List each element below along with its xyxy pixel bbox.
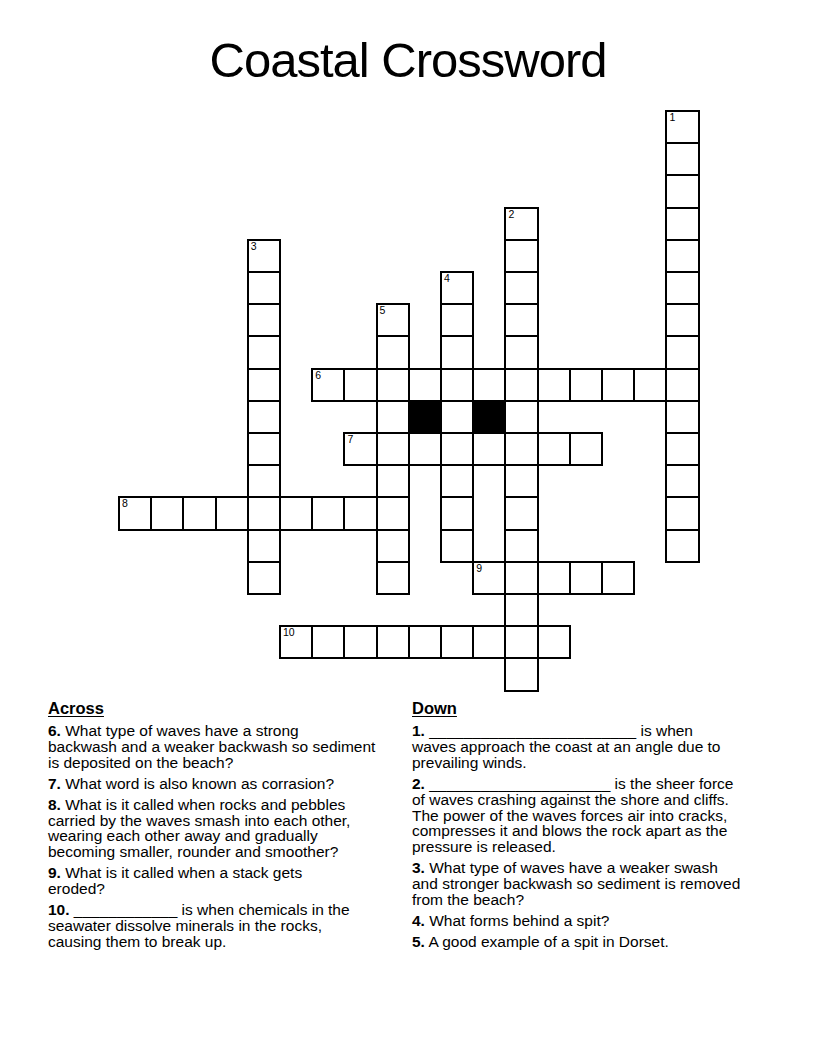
- grid-cell-r10c17[interactable]: [665, 432, 699, 466]
- clue-down-4: 4. What forms behind a spit?: [412, 913, 794, 929]
- clue-down-2: 2. _____________________ is the sheer fo…: [412, 776, 794, 856]
- clue-text: What forms behind a spit?: [425, 912, 609, 929]
- across-clues-section: Across 6. What type of waves have a stro…: [48, 700, 404, 955]
- grid-cell-r8c10[interactable]: [440, 368, 474, 402]
- clue-across-6: 6. What type of waves have a strong back…: [48, 723, 404, 771]
- grid-cell-r4c17[interactable]: [665, 239, 699, 273]
- grid-cell-r8c14[interactable]: [569, 368, 603, 402]
- grid-cell-r12c12[interactable]: [504, 496, 538, 530]
- grid-cell-black-r9c9: [408, 400, 442, 434]
- grid-cell-r7c10[interactable]: [440, 335, 474, 369]
- clue-text: What type of waves have a strong backwas…: [48, 722, 375, 771]
- cell-number-4: 4: [444, 273, 450, 284]
- grid-cell-r16c6[interactable]: [311, 625, 345, 659]
- clue-across-9: 9. What is it called when a stack gets e…: [48, 865, 404, 897]
- cell-number-1: 1: [669, 112, 675, 123]
- grid-cell-r12c3[interactable]: [215, 496, 249, 530]
- grid-cell-r6c12[interactable]: [504, 303, 538, 337]
- across-heading: Across: [48, 700, 404, 717]
- grid-cell-r13c8[interactable]: [376, 529, 410, 563]
- grid-cell-r14c13[interactable]: [537, 561, 571, 595]
- clue-number: 10.: [48, 901, 70, 918]
- grid-cell-r10c10[interactable]: [440, 432, 474, 466]
- grid-cell-r16c12[interactable]: [504, 625, 538, 659]
- puzzle-title: Coastal Crossword: [0, 36, 816, 85]
- clue-across-10: 10. ____________ is when chemicals in th…: [48, 902, 404, 950]
- clue-number: 5.: [412, 933, 425, 950]
- grid-cell-r4c12[interactable]: [504, 239, 538, 273]
- grid-cell-r12c5[interactable]: [279, 496, 313, 530]
- grid-cell-r5c12[interactable]: [504, 271, 538, 305]
- grid-cell-r3c17[interactable]: [665, 207, 699, 241]
- clue-down-1: 1. ________________________ is when wave…: [412, 723, 794, 771]
- grid-cell-r10c14[interactable]: [569, 432, 603, 466]
- clue-text: What is it called when a stack gets erod…: [48, 864, 302, 897]
- down-clues-section: Down 1. ________________________ is when…: [412, 700, 794, 955]
- grid-cell-r8c4[interactable]: [247, 368, 281, 402]
- grid-cell-r15c12[interactable]: [504, 593, 538, 627]
- clue-text: ____________ is when chemicals in the se…: [48, 901, 350, 950]
- grid-cell-r10c9[interactable]: [408, 432, 442, 466]
- grid-cell-r9c12[interactable]: [504, 400, 538, 434]
- cell-number-3: 3: [251, 241, 257, 252]
- grid-cell-r14c11[interactable]: 9: [472, 561, 506, 595]
- grid-cell-r8c13[interactable]: [537, 368, 571, 402]
- clue-down-5: 5. A good example of a spit in Dorset.: [412, 934, 794, 950]
- grid-cell-r12c7[interactable]: [343, 496, 377, 530]
- clue-text: What word is also known as corrasion?: [61, 775, 334, 792]
- grid-cell-r5c4[interactable]: [247, 271, 281, 305]
- grid-cell-r3c12[interactable]: 2: [504, 207, 538, 241]
- grid-cell-r10c4[interactable]: [247, 432, 281, 466]
- clue-text: ________________________ is when waves a…: [412, 722, 721, 771]
- grid-cell-r13c10[interactable]: [440, 529, 474, 563]
- grid-cell-r7c4[interactable]: [247, 335, 281, 369]
- grid-cell-r10c13[interactable]: [537, 432, 571, 466]
- cell-number-10: 10: [283, 627, 295, 638]
- grid-cell-r11c8[interactable]: [376, 464, 410, 498]
- grid-cell-r12c4[interactable]: [247, 496, 281, 530]
- page: Coastal Crossword 12345678910 Across 6. …: [0, 0, 816, 1056]
- grid-cell-r14c8[interactable]: [376, 561, 410, 595]
- grid-cell-r1c17[interactable]: [665, 142, 699, 176]
- grid-cell-r10c12[interactable]: [504, 432, 538, 466]
- clue-number: 4.: [412, 912, 425, 929]
- grid-cell-r5c17[interactable]: [665, 271, 699, 305]
- grid-cell-r10c11[interactable]: [472, 432, 506, 466]
- grid-cell-r9c17[interactable]: [665, 400, 699, 434]
- grid-cell-r7c8[interactable]: [376, 335, 410, 369]
- clue-across-7: 7. What word is also known as corrasion?: [48, 776, 404, 792]
- cell-number-7: 7: [347, 434, 353, 445]
- crossword-grid: 12345678910: [118, 110, 700, 692]
- grid-cell-r6c8[interactable]: 5: [376, 303, 410, 337]
- grid-cell-r11c12[interactable]: [504, 464, 538, 498]
- clue-number: 2.: [412, 775, 425, 792]
- grid-cell-r9c4[interactable]: [247, 400, 281, 434]
- grid-cell-r6c4[interactable]: [247, 303, 281, 337]
- grid-cell-r11c4[interactable]: [247, 464, 281, 498]
- grid-cell-r12c1[interactable]: [150, 496, 184, 530]
- grid-cell-r11c17[interactable]: [665, 464, 699, 498]
- grid-cell-r7c12[interactable]: [504, 335, 538, 369]
- grid-cell-r6c10[interactable]: [440, 303, 474, 337]
- clue-down-3: 3. What type of waves have a weaker swas…: [412, 860, 794, 908]
- grid-cell-r8c9[interactable]: [408, 368, 442, 402]
- grid-cell-r4c4[interactable]: 3: [247, 239, 281, 273]
- clue-across-8: 8. What is it called when rocks and pebb…: [48, 797, 404, 861]
- grid-cell-r7c17[interactable]: [665, 335, 699, 369]
- grid-cell-r6c17[interactable]: [665, 303, 699, 337]
- grid-cell-r14c14[interactable]: [569, 561, 603, 595]
- grid-cell-r13c17[interactable]: [665, 529, 699, 563]
- grid-cell-r14c12[interactable]: [504, 561, 538, 595]
- grid-cell-r12c8[interactable]: [376, 496, 410, 530]
- grid-cell-r12c10[interactable]: [440, 496, 474, 530]
- clue-number: 7.: [48, 775, 61, 792]
- clue-number: 1.: [412, 722, 425, 739]
- clue-text: _____________________ is the sheer force…: [412, 775, 733, 856]
- grid-cell-r16c9[interactable]: [408, 625, 442, 659]
- grid-cell-r9c8[interactable]: [376, 400, 410, 434]
- grid-cell-r14c4[interactable]: [247, 561, 281, 595]
- grid-cell-r16c10[interactable]: [440, 625, 474, 659]
- grid-cell-r8c6[interactable]: 6: [311, 368, 345, 402]
- clue-text: What type of waves have a weaker swash a…: [412, 859, 740, 908]
- grid-cell-r8c15[interactable]: [601, 368, 635, 402]
- grid-cell-r13c12[interactable]: [504, 529, 538, 563]
- grid-cell-r9c10[interactable]: [440, 400, 474, 434]
- grid-cell-r12c0[interactable]: 8: [118, 496, 152, 530]
- grid-cell-r8c8[interactable]: [376, 368, 410, 402]
- grid-cell-r16c8[interactable]: [376, 625, 410, 659]
- grid-cell-r16c7[interactable]: [343, 625, 377, 659]
- grid-cell-r12c6[interactable]: [311, 496, 345, 530]
- grid-cell-r16c5[interactable]: 10: [279, 625, 313, 659]
- grid-cell-r10c7[interactable]: 7: [343, 432, 377, 466]
- grid-cell-r8c7[interactable]: [343, 368, 377, 402]
- grid-cell-r8c11[interactable]: [472, 368, 506, 402]
- grid-cell-r11c10[interactable]: [440, 464, 474, 498]
- grid-cell-r8c16[interactable]: [633, 368, 667, 402]
- clue-number: 3.: [412, 859, 425, 876]
- grid-cell-r14c15[interactable]: [601, 561, 635, 595]
- cell-number-5: 5: [380, 305, 386, 316]
- grid-cell-r12c2[interactable]: [182, 496, 216, 530]
- clue-text: A good example of a spit in Dorset.: [425, 933, 669, 950]
- grid-cell-r0c17[interactable]: 1: [665, 110, 699, 144]
- grid-cell-r5c10[interactable]: 4: [440, 271, 474, 305]
- cell-number-9: 9: [476, 563, 482, 574]
- grid-cell-r13c4[interactable]: [247, 529, 281, 563]
- grid-cell-r17c12[interactable]: [504, 657, 538, 691]
- clue-number: 6.: [48, 722, 61, 739]
- cell-number-2: 2: [508, 209, 514, 220]
- grid-cell-r10c8[interactable]: [376, 432, 410, 466]
- grid-cell-r8c12[interactable]: [504, 368, 538, 402]
- grid-cell-r16c13[interactable]: [537, 625, 571, 659]
- grid-cell-r8c17[interactable]: [665, 368, 699, 402]
- clue-number: 8.: [48, 796, 61, 813]
- grid-cell-r16c11[interactable]: [472, 625, 506, 659]
- grid-cell-black-r9c11: [472, 400, 506, 434]
- clue-text: What is it called when rocks and pebbles…: [48, 796, 350, 861]
- cell-number-8: 8: [122, 498, 128, 509]
- cell-number-6: 6: [315, 370, 321, 381]
- clue-number: 9.: [48, 864, 61, 881]
- grid-cell-r12c17[interactable]: [665, 496, 699, 530]
- down-heading: Down: [412, 700, 794, 717]
- grid-cell-r2c17[interactable]: [665, 174, 699, 208]
